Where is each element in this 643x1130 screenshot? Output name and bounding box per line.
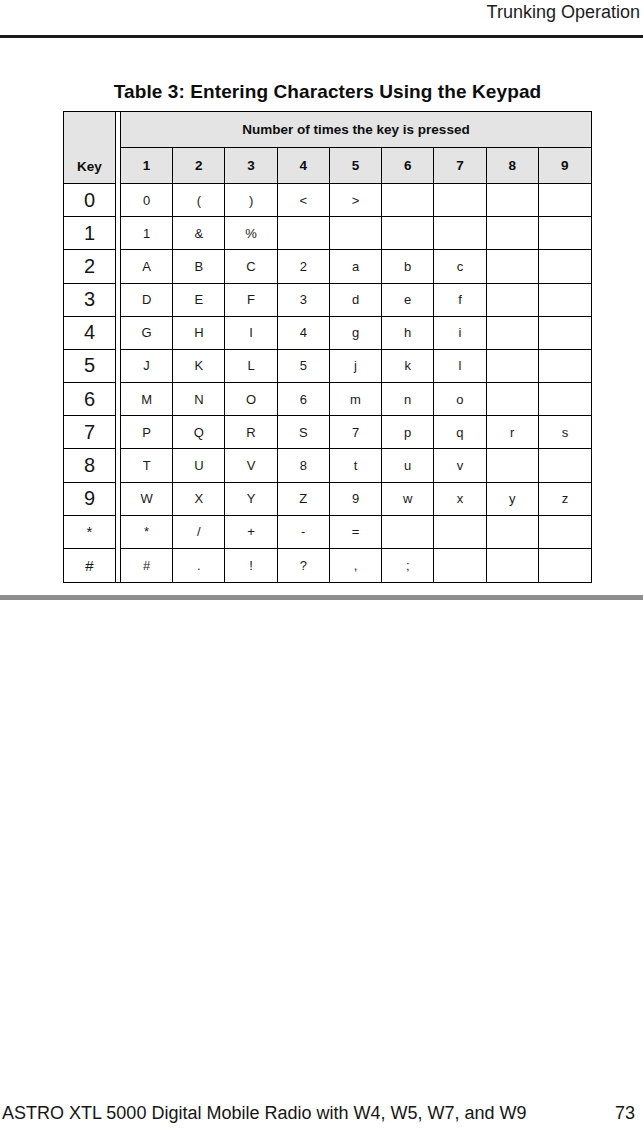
page-footer: ASTRO XTL 5000 Digital Mobile Radio with… [0,1102,643,1124]
char-cell-1-9 [539,217,591,250]
char-cell-8-3: V [225,449,277,482]
char-cell-9-5: 9 [330,483,382,516]
char-cell-2-7: c [434,250,486,283]
char-cell-#-5: , [330,549,382,582]
char-cell-0-9 [539,184,591,217]
char-cell-*-4: - [278,516,330,549]
char-cell-3-6: e [382,284,434,317]
press-count-header-5: 5 [330,148,382,184]
span-header: Number of times the key is pressed [121,112,591,148]
char-cell-7-9: s [539,416,591,449]
key-cell-3: 3 [64,284,116,317]
char-cell-1-8 [487,217,539,250]
char-cell-3-8 [487,284,539,317]
char-cell-8-8 [487,449,539,482]
char-cell-3-3: F [225,284,277,317]
char-cell-1-7 [434,217,486,250]
key-cell-4: 4 [64,317,116,350]
char-cell-2-5: a [330,250,382,283]
char-cell-0-5: > [330,184,382,217]
char-cell-2-6: b [382,250,434,283]
char-cell-5-8 [487,350,539,383]
keypad-table: KeyNumber of times the key is pressed123… [63,111,592,583]
char-cell-8-2: U [173,449,225,482]
char-cell-1-3: % [225,217,277,250]
char-cell-3-1: D [121,284,173,317]
char-cell-2-4: 2 [278,250,330,283]
char-cell-*-1: * [121,516,173,549]
char-cell-6-1: M [121,383,173,416]
page-header: Trunking Operation [487,1,640,23]
char-cell-2-9 [539,250,591,283]
footer-document-title: ASTRO XTL 5000 Digital Mobile Radio with… [2,1102,527,1124]
char-cell-4-9 [539,317,591,350]
footer-divider-bar [0,595,643,600]
char-cell-7-3: R [225,416,277,449]
press-count-header-6: 6 [382,148,434,184]
press-count-header-9: 9 [539,148,591,184]
key-cell-5: 5 [64,350,116,383]
char-cell-1-6 [382,217,434,250]
char-cell-7-2: Q [173,416,225,449]
press-count-header-3: 3 [225,148,277,184]
char-cell-4-7: i [434,317,486,350]
char-cell-2-3: C [225,250,277,283]
char-cell-3-4: 3 [278,284,330,317]
char-cell-4-4: 4 [278,317,330,350]
footer-page-number: 73 [615,1102,635,1124]
char-cell-#-2: . [173,549,225,582]
char-cell-1-2: & [173,217,225,250]
key-cell-1: 1 [64,217,116,250]
char-cell-8-7: v [434,449,486,482]
char-cell-5-5: j [330,350,382,383]
table-title: Table 3: Entering Characters Using the K… [63,81,592,103]
char-cell-7-4: S [278,416,330,449]
char-cell-9-9: z [539,483,591,516]
key-cell-*: * [64,516,116,549]
char-cell-7-1: P [121,416,173,449]
char-cell-4-1: G [121,317,173,350]
char-cell-#-8 [487,549,539,582]
char-cell-5-4: 5 [278,350,330,383]
press-count-header-1: 1 [121,148,173,184]
char-cell-0-1: 0 [121,184,173,217]
char-cell-#-4: ? [278,549,330,582]
char-cell-3-2: E [173,284,225,317]
char-cell-4-6: h [382,317,434,350]
char-cell-3-9 [539,284,591,317]
char-cell-1-5 [330,217,382,250]
char-cell-9-4: Z [278,483,330,516]
char-cell-2-8 [487,250,539,283]
press-count-header-8: 8 [487,148,539,184]
char-cell-5-2: K [173,350,225,383]
char-cell-0-8 [487,184,539,217]
key-cell-#: # [64,549,116,582]
key-column-header: Key [64,112,116,184]
char-cell-0-7 [434,184,486,217]
char-cell-5-6: k [382,350,434,383]
press-count-header-4: 4 [278,148,330,184]
char-cell-*-3: + [225,516,277,549]
char-cell-6-3: O [225,383,277,416]
char-cell-5-9 [539,350,591,383]
char-cell-#-6: ; [382,549,434,582]
char-cell-6-4: 6 [278,383,330,416]
char-cell-6-8 [487,383,539,416]
key-cell-7: 7 [64,416,116,449]
char-cell-3-7: f [434,284,486,317]
char-cell-4-5: g [330,317,382,350]
char-cell-6-5: m [330,383,382,416]
char-cell-1-4 [278,217,330,250]
char-cell-*-9 [539,516,591,549]
char-cell-2-1: A [121,250,173,283]
key-cell-6: 6 [64,383,116,416]
char-cell-0-6 [382,184,434,217]
char-cell-4-3: I [225,317,277,350]
char-cell-4-2: H [173,317,225,350]
char-cell-6-9 [539,383,591,416]
char-cell-7-6: p [382,416,434,449]
char-cell-1-1: 1 [121,217,173,250]
char-cell-#-3: ! [225,549,277,582]
char-cell-#-9 [539,549,591,582]
char-cell-8-1: T [121,449,173,482]
char-cell-9-8: y [487,483,539,516]
char-cell-*-6 [382,516,434,549]
char-cell-8-4: 8 [278,449,330,482]
char-cell-6-2: N [173,383,225,416]
key-cell-8: 8 [64,449,116,482]
char-cell-6-7: o [434,383,486,416]
press-count-header-7: 7 [434,148,486,184]
char-cell-#-7 [434,549,486,582]
key-cell-9: 9 [64,483,116,516]
char-cell-5-1: J [121,350,173,383]
char-cell-6-6: n [382,383,434,416]
char-cell-*-7 [434,516,486,549]
char-cell-7-8: r [487,416,539,449]
char-cell-9-3: Y [225,483,277,516]
char-cell-0-2: ( [173,184,225,217]
char-cell-2-2: B [173,250,225,283]
char-cell-8-9 [539,449,591,482]
char-cell-9-7: x [434,483,486,516]
char-cell-7-7: q [434,416,486,449]
char-cell-*-2: / [173,516,225,549]
press-count-header-2: 2 [173,148,225,184]
char-cell-3-5: d [330,284,382,317]
char-cell-8-5: t [330,449,382,482]
char-cell-5-7: l [434,350,486,383]
char-cell-4-8 [487,317,539,350]
char-cell-0-4: < [278,184,330,217]
key-cell-0: 0 [64,184,116,217]
char-cell-9-1: W [121,483,173,516]
char-cell-8-6: u [382,449,434,482]
header-rule [0,35,643,38]
char-cell-*-8 [487,516,539,549]
char-cell-#-1: # [121,549,173,582]
char-cell-9-6: w [382,483,434,516]
char-cell-7-5: 7 [330,416,382,449]
char-cell-9-2: X [173,483,225,516]
char-cell-0-3: ) [225,184,277,217]
char-cell-*-5: = [330,516,382,549]
char-cell-5-3: L [225,350,277,383]
key-cell-2: 2 [64,250,116,283]
